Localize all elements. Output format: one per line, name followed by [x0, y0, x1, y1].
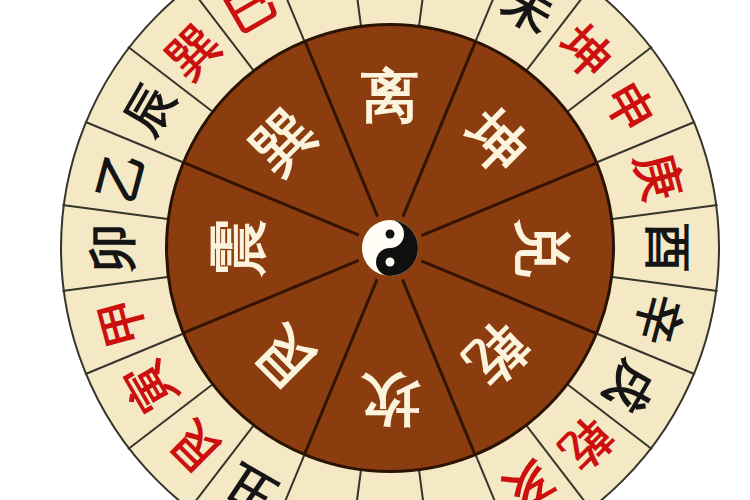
trigram-label: 震 — [209, 219, 267, 277]
trigram-label: 兑 — [513, 219, 571, 277]
yin-yang-symbol — [360, 218, 420, 278]
bagua-compass-diagram: 未坤申庚酉辛戌乾亥丑艮寅甲卯乙辰巽巳 离坤兑乾坎艮震巽 — [0, 0, 750, 500]
yang-dot — [386, 258, 395, 267]
yin-dot — [386, 230, 395, 239]
ring-segment-label: 卯 — [88, 224, 136, 272]
trigram-label: 离 — [361, 67, 419, 125]
trigram-label: 坎 — [361, 371, 419, 429]
ring-segment-label: 酉 — [644, 224, 692, 272]
